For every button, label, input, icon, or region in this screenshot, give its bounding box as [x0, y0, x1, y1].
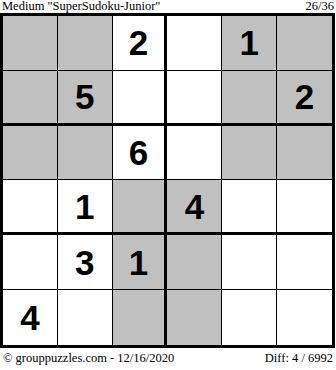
empty-cell-r3c1[interactable]	[3, 126, 58, 181]
empty-cell-r2c1[interactable]	[3, 71, 58, 126]
empty-cell-r6c2[interactable]	[58, 290, 113, 345]
empty-cell-r3c2[interactable]	[58, 126, 113, 181]
puzzle-title: Medium "SuperSudoku-Junior"	[2, 0, 160, 13]
board-grid: 2152614314	[0, 13, 335, 348]
empty-cell-r6c4[interactable]	[167, 290, 222, 345]
empty-cell-r6c5[interactable]	[222, 290, 277, 345]
empty-cell-r3c4[interactable]	[167, 126, 222, 181]
given-cell-r1c5: 1	[222, 16, 277, 71]
empty-cell-r5c1[interactable]	[3, 235, 58, 290]
empty-cell-r5c4[interactable]	[167, 235, 222, 290]
given-cell-r5c2: 3	[58, 235, 113, 290]
empty-cell-r4c1[interactable]	[3, 180, 58, 235]
empty-cell-r4c3[interactable]	[113, 180, 168, 235]
given-cell-r5c3: 1	[113, 235, 168, 290]
given-cell-r2c6: 2	[277, 71, 332, 126]
empty-cell-r2c5[interactable]	[222, 71, 277, 126]
empty-cell-r4c6[interactable]	[277, 180, 332, 235]
empty-cell-r4c5[interactable]	[222, 180, 277, 235]
empty-cell-r6c3[interactable]	[113, 290, 168, 345]
copyright-text: © grouppuzzles.com - 12/16/2020	[3, 351, 174, 365]
empty-cell-r1c2[interactable]	[58, 16, 113, 71]
given-cell-r4c2: 1	[58, 180, 113, 235]
progress-counter: 26/36	[306, 0, 334, 13]
empty-cell-r1c6[interactable]	[277, 16, 332, 71]
empty-cell-r3c5[interactable]	[222, 126, 277, 181]
given-cell-r2c2: 5	[58, 71, 113, 126]
given-cell-r3c3: 6	[113, 126, 168, 181]
empty-cell-r3c6[interactable]	[277, 126, 332, 181]
empty-cell-r2c4[interactable]	[167, 71, 222, 126]
empty-cell-r6c6[interactable]	[277, 290, 332, 345]
footer: © grouppuzzles.com - 12/16/2020 Diff: 4 …	[3, 351, 333, 367]
given-cell-r1c3: 2	[113, 16, 168, 71]
empty-cell-r5c6[interactable]	[277, 235, 332, 290]
puzzle-page: Medium "SuperSudoku-Junior" 26/36 215261…	[0, 0, 336, 370]
empty-cell-r5c5[interactable]	[222, 235, 277, 290]
header: Medium "SuperSudoku-Junior" 26/36	[2, 0, 334, 13]
given-cell-r4c4: 4	[167, 180, 222, 235]
difficulty-text: Diff: 4 / 6992	[265, 351, 333, 365]
empty-cell-r2c3[interactable]	[113, 71, 168, 126]
given-cell-r6c1: 4	[3, 290, 58, 345]
empty-cell-r1c1[interactable]	[3, 16, 58, 71]
empty-cell-r1c4[interactable]	[167, 16, 222, 71]
